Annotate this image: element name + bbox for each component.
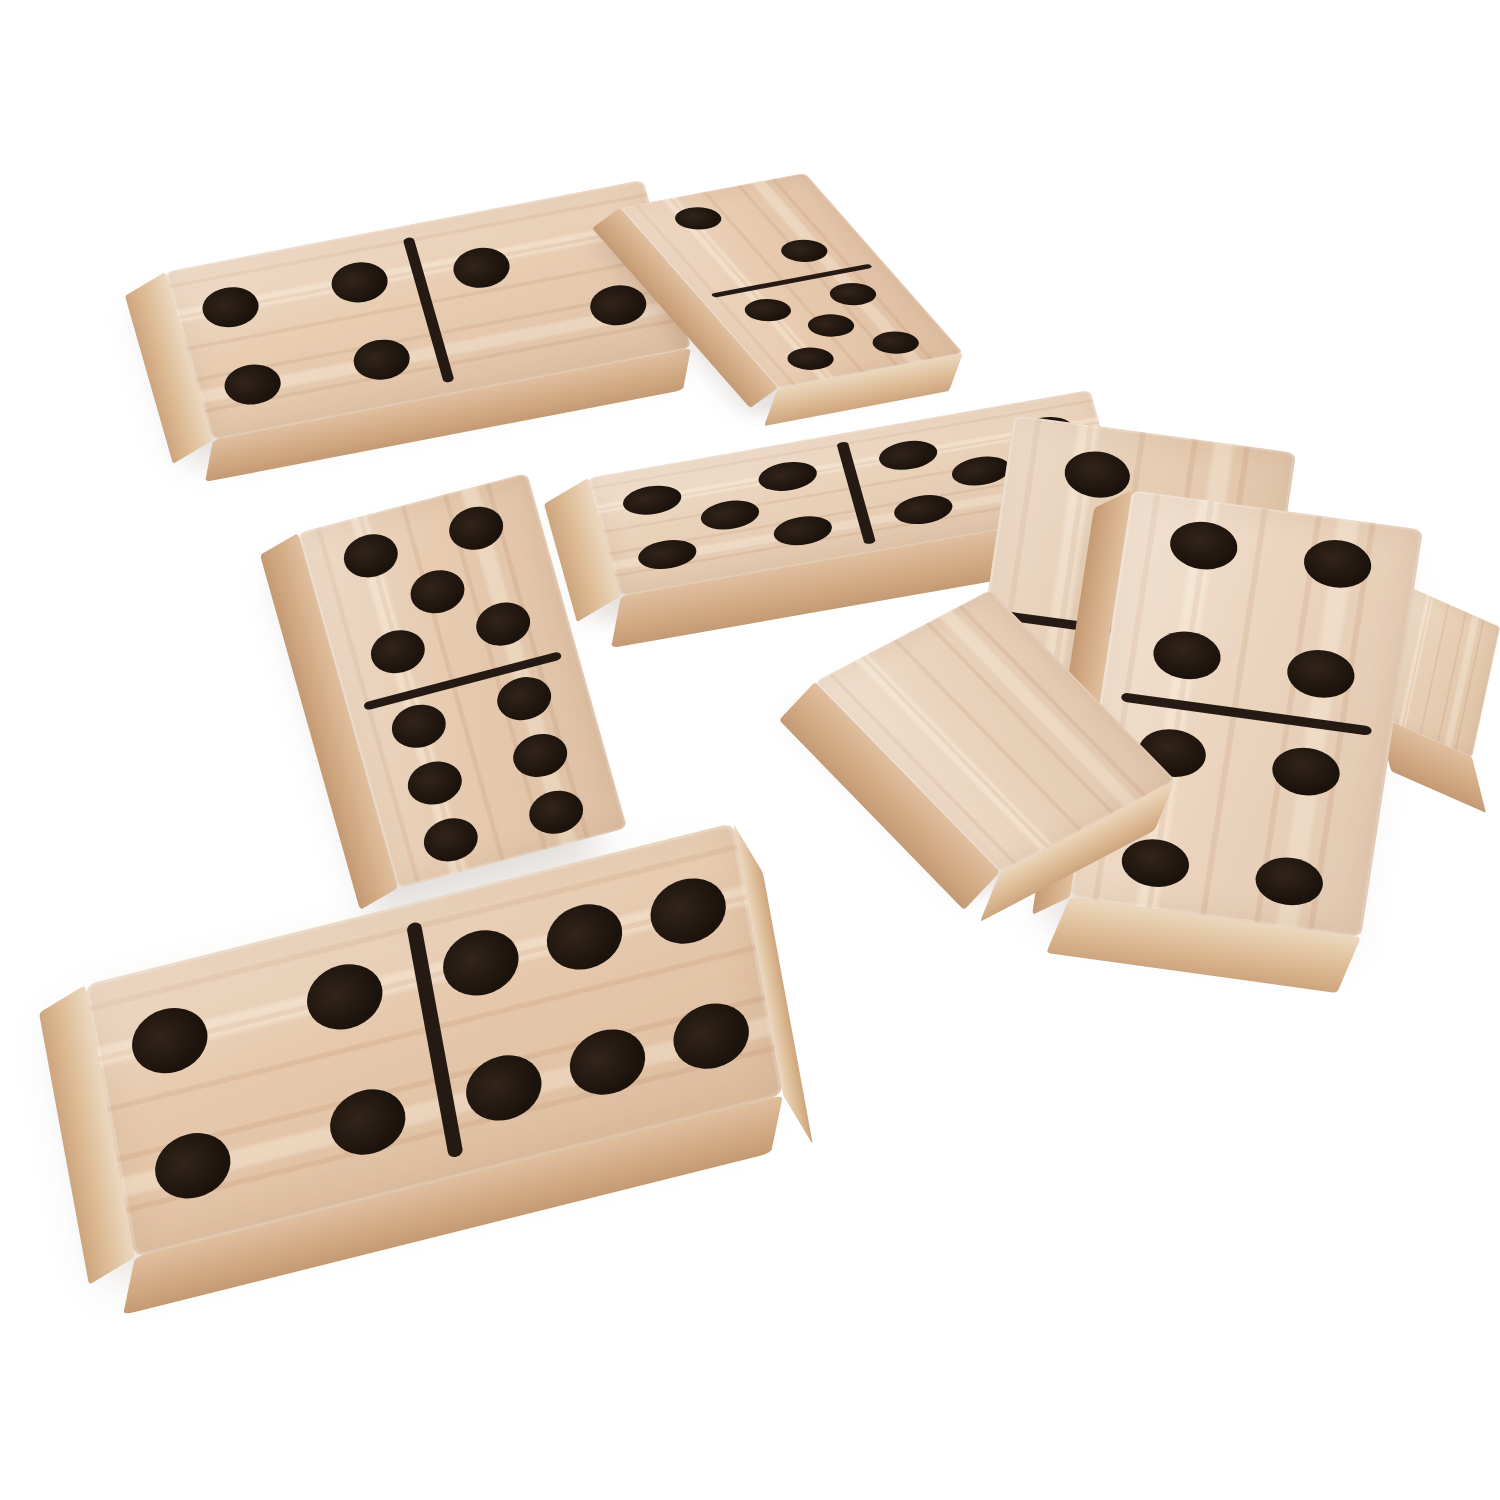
domino-G-face (1070, 490, 1423, 937)
dominoes-photo-scene (0, 0, 1500, 1500)
